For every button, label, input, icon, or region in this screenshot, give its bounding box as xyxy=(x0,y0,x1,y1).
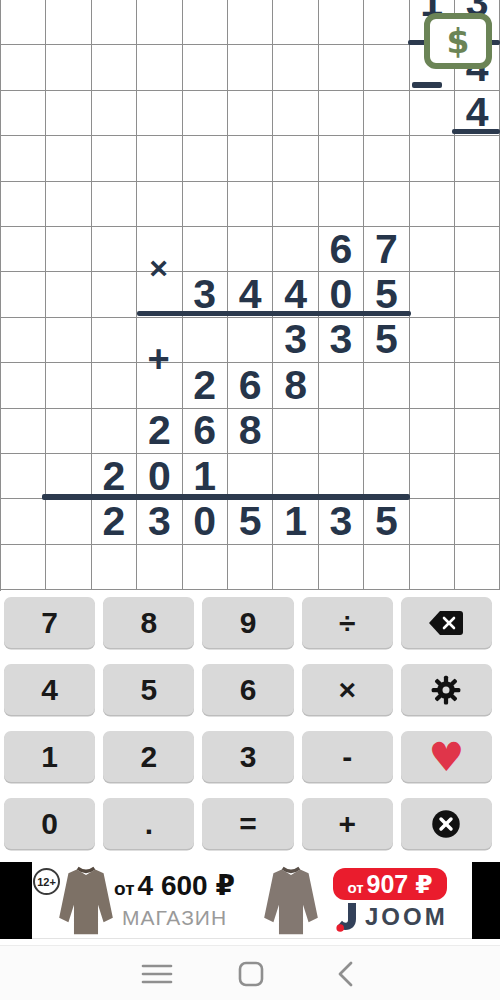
sweater-image xyxy=(258,864,324,938)
price-value: 907 ₽ xyxy=(367,870,433,898)
key-3[interactable]: 3 xyxy=(202,731,293,782)
grid-cell xyxy=(364,363,409,408)
grid-cell xyxy=(92,182,137,227)
worksheet-digit: 5 xyxy=(375,274,398,315)
grid-cell xyxy=(1,227,46,272)
grid-cell: 2 xyxy=(137,409,182,454)
key-label: ÷ xyxy=(339,597,355,648)
heart-icon: ♥ xyxy=(428,737,464,777)
grid-cell xyxy=(92,363,137,408)
subtraction-result-line xyxy=(452,129,500,134)
grid-cell xyxy=(1,136,46,181)
grid-cell xyxy=(319,45,364,90)
grid-cell xyxy=(228,45,273,90)
grid-cell xyxy=(46,272,91,317)
key--[interactable]: - xyxy=(302,731,393,782)
grid-cell xyxy=(455,545,500,590)
grid-cell xyxy=(364,136,409,181)
close-icon xyxy=(431,809,461,839)
worksheet-digit: 8 xyxy=(284,365,307,406)
key-label: 9 xyxy=(240,597,257,648)
grid-cell xyxy=(364,182,409,227)
grid-cell xyxy=(228,227,273,272)
grid-cell xyxy=(1,363,46,408)
grid-cell xyxy=(183,227,228,272)
grid-cell xyxy=(319,454,364,499)
grid-cell xyxy=(364,454,409,499)
key-label: + xyxy=(338,798,356,849)
grid-cell xyxy=(92,545,137,590)
key-label: 0 xyxy=(41,798,58,849)
grid-cell xyxy=(455,136,500,181)
grid-cell xyxy=(273,136,318,181)
grid-cell: 6 xyxy=(228,363,273,408)
grid-cell xyxy=(137,545,182,590)
price-prefix: от xyxy=(114,878,134,899)
grid-cell xyxy=(1,0,46,45)
ad-price-left: от4 600 ₽ xyxy=(112,869,237,902)
grid-cell: 2 xyxy=(92,499,137,544)
grid-cell xyxy=(410,91,455,136)
grid-cell: 3 xyxy=(319,499,364,544)
grid-cell xyxy=(1,182,46,227)
grid-cell xyxy=(92,45,137,90)
grid-cell xyxy=(319,91,364,136)
grid-cell: 1 xyxy=(273,499,318,544)
joom-wordmark: JOOM xyxy=(365,903,448,931)
navigation-bar xyxy=(0,945,500,1000)
key-÷[interactable]: ÷ xyxy=(302,597,393,648)
worksheet-digit: 3 xyxy=(148,501,171,542)
grid-cell: 0 xyxy=(137,454,182,499)
grid-cell xyxy=(183,318,228,363)
grid-cell xyxy=(1,499,46,544)
grid-cell xyxy=(319,363,364,408)
grid-cell xyxy=(228,454,273,499)
joom-logo: JOOM xyxy=(336,902,448,932)
grid-cell xyxy=(455,227,500,272)
grid-cell xyxy=(137,0,182,45)
multiplication-line xyxy=(137,311,411,316)
grid-cell xyxy=(228,545,273,590)
gear-icon xyxy=(431,675,461,705)
grid-cell xyxy=(273,91,318,136)
ad-price-right: от907 ₽ xyxy=(347,870,432,899)
key-label: 7 xyxy=(41,597,58,648)
worksheet-digit: 5 xyxy=(239,501,262,542)
grid-cell: 7 xyxy=(364,227,409,272)
grid-cell xyxy=(46,45,91,90)
worksheet-digit: 6 xyxy=(193,410,216,451)
ad-left-black-bar xyxy=(0,862,32,939)
worksheet-digit: 1 xyxy=(284,501,307,542)
key-=[interactable]: = xyxy=(202,798,293,849)
grid-cell xyxy=(455,272,500,317)
grid-cell xyxy=(319,136,364,181)
grid-paper: 134467344053352682682012305135 xyxy=(0,0,500,591)
worksheet-digit: 6 xyxy=(330,229,353,270)
grid-cell xyxy=(319,545,364,590)
grid-cell: 3 xyxy=(137,499,182,544)
grid-cell xyxy=(455,182,500,227)
worksheet-digit: 5 xyxy=(375,501,398,542)
worksheet-digit: 7 xyxy=(375,229,398,270)
app-screen: 134467344053352682682012305135 $ × + 789… xyxy=(0,0,500,1000)
grid-cell xyxy=(319,182,364,227)
key-label: 1 xyxy=(41,731,58,782)
grid-cell xyxy=(46,318,91,363)
keypad: 789÷456×123-♥0.=+ xyxy=(0,591,500,862)
grid-cell: 0 xyxy=(183,499,228,544)
worksheet-digit: 0 xyxy=(148,456,171,497)
grid-cell xyxy=(410,272,455,317)
grid-cell xyxy=(410,454,455,499)
grid-cell xyxy=(273,182,318,227)
grid-cell xyxy=(410,499,455,544)
grid-cell xyxy=(137,91,182,136)
multiply-sign: × xyxy=(136,245,181,291)
key-7[interactable]: 7 xyxy=(4,597,95,648)
grid-cell xyxy=(364,0,409,45)
backspace-button[interactable] xyxy=(401,597,492,648)
sweater-image xyxy=(53,864,119,938)
grid-cell xyxy=(46,454,91,499)
price-value: 4 600 ₽ xyxy=(138,870,235,901)
grid-cell xyxy=(46,409,91,454)
grid-cell xyxy=(92,318,137,363)
grid-cell xyxy=(410,363,455,408)
worksheet-digit: 4 xyxy=(284,274,307,315)
grid-cell: 8 xyxy=(273,363,318,408)
grid-cell xyxy=(364,45,409,90)
recents-button[interactable] xyxy=(229,946,273,1000)
grid-cell xyxy=(183,545,228,590)
grid-cell: 6 xyxy=(183,409,228,454)
recents-icon xyxy=(238,961,264,987)
grid-cell xyxy=(455,409,500,454)
grid-cell xyxy=(92,136,137,181)
grid-cell xyxy=(273,545,318,590)
key-5[interactable]: 5 xyxy=(103,664,194,715)
worksheet-digit: 2 xyxy=(148,410,171,451)
grid-cell xyxy=(1,545,46,590)
grid-cell xyxy=(228,0,273,45)
grid-cell xyxy=(1,409,46,454)
grid-cell xyxy=(92,227,137,272)
grid-cell xyxy=(46,545,91,590)
price-prefix: от xyxy=(347,879,363,896)
grid-cell xyxy=(228,182,273,227)
key-label: 8 xyxy=(140,597,157,648)
key-label: 3 xyxy=(240,731,257,782)
grid-cell xyxy=(364,409,409,454)
grid-cell xyxy=(137,136,182,181)
ad-right-black-bar xyxy=(472,862,500,939)
grid-cell xyxy=(273,409,318,454)
grid-cell xyxy=(273,454,318,499)
ad-price-block: от4 600 ₽ МАГАЗИН xyxy=(112,869,237,930)
grid-cell xyxy=(46,0,91,45)
grid-cell xyxy=(183,45,228,90)
grid-cell xyxy=(410,182,455,227)
key-8[interactable]: 8 xyxy=(103,597,194,648)
key-label: 6 xyxy=(240,664,257,715)
backspace-icon xyxy=(428,610,464,636)
age-rating-badge: 12+ xyxy=(33,868,60,895)
keypad-row: 789÷ xyxy=(4,597,500,648)
grid-cell xyxy=(273,45,318,90)
grid-cell xyxy=(137,45,182,90)
menu-button[interactable] xyxy=(135,946,179,1000)
dollar-glyph: $ xyxy=(447,22,470,61)
grid-cell xyxy=(46,499,91,544)
grid-cell: 3 xyxy=(273,318,318,363)
grid-cell xyxy=(364,545,409,590)
grid-cell: 8 xyxy=(228,409,273,454)
worksheet-digit: 4 xyxy=(466,92,489,133)
keypad-row: 0.=+ xyxy=(4,798,500,849)
grid-cell: 1 xyxy=(183,454,228,499)
key-×[interactable]: × xyxy=(302,664,393,715)
key-label: 4 xyxy=(41,664,58,715)
grid-cell xyxy=(46,91,91,136)
worksheet-digit: 6 xyxy=(239,365,262,406)
grid-cell xyxy=(410,409,455,454)
ad-price-badge: от907 ₽ xyxy=(333,868,447,900)
grid-cell xyxy=(92,409,137,454)
key-label: 5 xyxy=(140,664,157,715)
grid-cell xyxy=(455,318,500,363)
worksheet-digit: 2 xyxy=(193,365,216,406)
grid-cell: 3 xyxy=(319,318,364,363)
grid-cell xyxy=(319,0,364,45)
grid-cell xyxy=(183,182,228,227)
grid-cell xyxy=(46,227,91,272)
grid-cell xyxy=(137,182,182,227)
key-label: = xyxy=(239,798,257,849)
favorite-button[interactable]: ♥ xyxy=(401,731,492,782)
key-label: . xyxy=(145,798,153,849)
key-label: × xyxy=(338,664,356,715)
worksheet-digit: 3 xyxy=(330,319,353,360)
grid-cell xyxy=(1,45,46,90)
key-label: 2 xyxy=(140,731,157,782)
worksheet-digit: 0 xyxy=(330,274,353,315)
grid-cell: 6 xyxy=(319,227,364,272)
grid-cell xyxy=(46,136,91,181)
worksheet-digit: 8 xyxy=(239,410,262,451)
keypad-row: 123-♥ xyxy=(4,731,500,782)
back-icon xyxy=(336,960,354,988)
worksheet-digit: 1 xyxy=(193,456,216,497)
grid-cell xyxy=(183,0,228,45)
grid-cell xyxy=(183,136,228,181)
grid-cell xyxy=(46,363,91,408)
key-1[interactable]: 1 xyxy=(4,731,95,782)
key-9[interactable]: 9 xyxy=(202,597,293,648)
key-label: - xyxy=(342,731,352,782)
menu-icon xyxy=(140,962,174,986)
worksheet-digit: 2 xyxy=(103,501,126,542)
key-2[interactable]: 2 xyxy=(103,731,194,782)
joom-j-icon xyxy=(336,902,358,932)
grid-cell: 2 xyxy=(183,363,228,408)
grid-cell xyxy=(183,91,228,136)
sum-line xyxy=(42,494,410,500)
grid-cell xyxy=(228,91,273,136)
gear-button[interactable] xyxy=(401,664,492,715)
back-button[interactable] xyxy=(323,946,367,1000)
grid-cell xyxy=(364,91,409,136)
key-0[interactable]: 0 xyxy=(4,798,95,849)
key-.[interactable]: . xyxy=(103,798,194,849)
grid-cell xyxy=(410,545,455,590)
grid-cell xyxy=(228,136,273,181)
ad-banner[interactable]: 12+ от4 600 ₽ МАГАЗИН от907 ₽ JOOM xyxy=(0,862,500,939)
grid-cell xyxy=(92,91,137,136)
worksheet-digit: 3 xyxy=(330,501,353,542)
worksheet-digit: 0 xyxy=(193,501,216,542)
keypad-row: 456× xyxy=(4,664,500,715)
worksheet-digit: 5 xyxy=(375,319,398,360)
grid-cell xyxy=(455,454,500,499)
grid-cell xyxy=(1,272,46,317)
ad-store-label: МАГАЗИН xyxy=(112,906,237,930)
minus-sign xyxy=(412,82,442,88)
grid-cell xyxy=(92,0,137,45)
worksheet-digit: 2 xyxy=(103,456,126,497)
key-+[interactable]: + xyxy=(302,798,393,849)
worksheet-digit: 3 xyxy=(193,274,216,315)
key-4[interactable]: 4 xyxy=(4,664,95,715)
grid-cell xyxy=(410,318,455,363)
grid-cell xyxy=(1,91,46,136)
grid-cell xyxy=(1,454,46,499)
grid-cell xyxy=(92,272,137,317)
grid-cell: 5 xyxy=(364,499,409,544)
grid-cell xyxy=(273,0,318,45)
grid-cell xyxy=(273,227,318,272)
grid-cell: 5 xyxy=(228,499,273,544)
grid-cell: 2 xyxy=(92,454,137,499)
grid-cell xyxy=(410,136,455,181)
grid-cell xyxy=(410,227,455,272)
worksheet-digit: 4 xyxy=(239,274,262,315)
grid-cell xyxy=(228,318,273,363)
key-6[interactable]: 6 xyxy=(202,664,293,715)
money-icon[interactable]: $ xyxy=(424,13,492,69)
worksheet-digit: 3 xyxy=(284,319,307,360)
grid-cell xyxy=(1,318,46,363)
grid-cell xyxy=(455,363,500,408)
close-button[interactable] xyxy=(401,798,492,849)
grid-cell xyxy=(46,182,91,227)
grid-cell: 5 xyxy=(364,318,409,363)
grid-cell xyxy=(455,499,500,544)
plus-sign: + xyxy=(136,336,181,382)
grid-cell xyxy=(319,409,364,454)
